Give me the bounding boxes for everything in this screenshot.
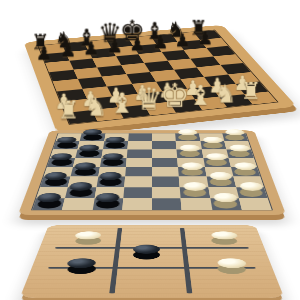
checkers-square-r1c1 xyxy=(78,141,104,149)
checker-piece-white xyxy=(225,134,246,140)
ttt-piece-white-r2c2 xyxy=(217,264,248,274)
chess-piece-black-knight: ♞ xyxy=(52,29,77,51)
chess-piece-black-bishop: ♝ xyxy=(142,20,166,43)
checkers-square-r1c7 xyxy=(224,141,251,149)
chess-piece-black-bishop: ♝ xyxy=(75,26,100,50)
tictactoe-board-wrap xyxy=(36,152,268,300)
chess-square-f8 xyxy=(150,34,178,44)
checkers-square-r0c0 xyxy=(56,133,82,141)
checker-piece-white xyxy=(178,134,198,140)
chess-piece-black-pawn: ♟ xyxy=(148,33,173,51)
chess-square-h7 xyxy=(199,38,228,48)
chess-piece-black-king: ♚ xyxy=(120,17,144,45)
ttt-grid-hline-1 xyxy=(55,247,249,249)
chess-square-d8 xyxy=(106,38,133,48)
checkers-square-r1c4 xyxy=(152,141,177,149)
ttt-grid-vline-1 xyxy=(109,228,122,293)
chess-piece-black-pawn: ♟ xyxy=(170,31,195,49)
chess-square-c8 xyxy=(84,40,111,50)
checkers-square-r1c0 xyxy=(53,141,80,149)
ttt-piece-black-r2c0 xyxy=(66,264,96,274)
tictactoe-board xyxy=(20,225,285,298)
checkers-square-r1c5 xyxy=(176,141,201,149)
checkers-square-r1c3 xyxy=(127,141,152,149)
checker-piece-black xyxy=(82,134,102,140)
chess-piece-black-pawn: ♟ xyxy=(192,29,216,47)
checkers-square-r1c2 xyxy=(103,141,128,149)
chess-square-g7 xyxy=(178,40,206,50)
product-photo-wooden-game-set: ♜♞♝♛♚♝♞♜♟♟♟♟♟♟♟♟♟♟♟♟♟♟♟♟♜♞♝♛♚♝♞♜ xyxy=(0,0,300,300)
ttt-piece-black-r1c1 xyxy=(133,250,160,259)
checker-piece-white xyxy=(203,142,224,148)
checkers-square-r1c6 xyxy=(200,141,226,149)
checker-piece-black xyxy=(56,142,77,148)
ttt-piece-white-r0c2 xyxy=(211,237,239,245)
checkers-square-r0c2 xyxy=(104,133,129,141)
checkers-square-r0c4 xyxy=(152,133,176,141)
chess-square-e8 xyxy=(128,36,155,46)
ttt-piece-white-r0c0 xyxy=(75,237,102,245)
chess-square-g8 xyxy=(172,32,200,42)
checker-piece-black xyxy=(105,142,125,148)
ttt-grid-vline-2 xyxy=(180,228,193,293)
chess-piece-black-knight: ♞ xyxy=(164,20,188,41)
chess-piece-black-rook: ♜ xyxy=(186,19,210,39)
chess-square-h8 xyxy=(193,30,221,40)
checkers-square-r0c5 xyxy=(175,133,200,141)
chess-piece-black-queen: ♛ xyxy=(97,21,121,47)
checkers-square-r0c1 xyxy=(80,133,105,141)
checkers-square-r0c7 xyxy=(222,133,248,141)
checkers-square-r0c3 xyxy=(128,133,152,141)
checkers-square-r0c6 xyxy=(199,133,224,141)
